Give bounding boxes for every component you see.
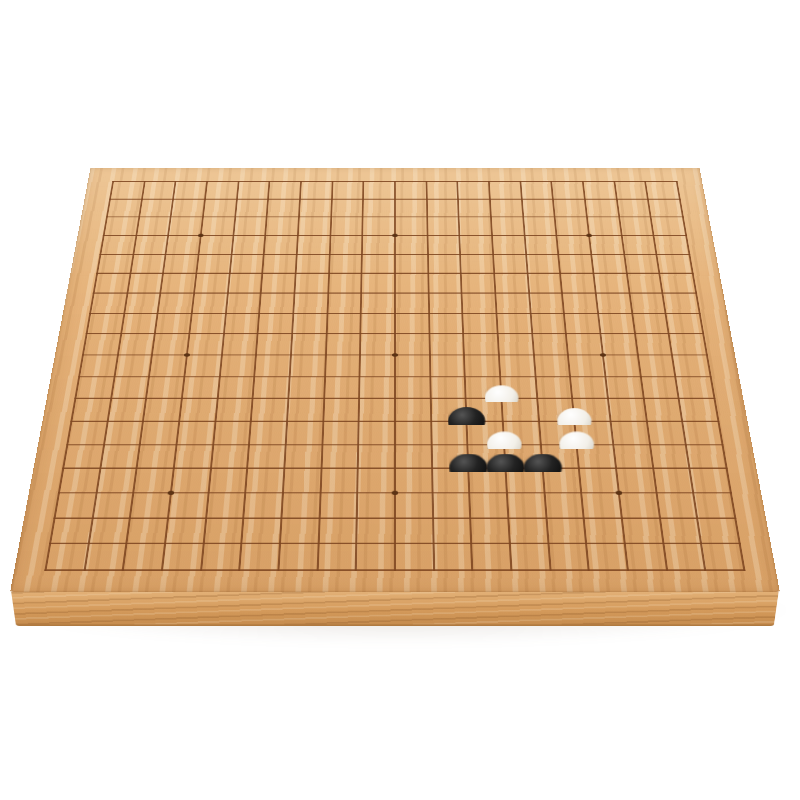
go-board-surface[interactable]	[10, 168, 780, 592]
grid-line-horizontal	[62, 468, 728, 469]
grid-line-vertical	[425, 181, 435, 571]
hoshi-point	[392, 234, 398, 237]
grid-line-vertical	[676, 181, 746, 571]
grid-line-vertical	[394, 181, 396, 571]
grid-line-vertical	[44, 181, 114, 571]
hoshi-point	[616, 491, 623, 495]
grid-line-vertical	[277, 181, 302, 571]
product-photo-background	[0, 0, 800, 800]
grid-line-vertical	[239, 181, 271, 571]
grid-line-vertical	[355, 181, 365, 571]
grid-line-vertical	[316, 181, 333, 571]
grid-line-vertical	[488, 181, 513, 571]
hoshi-point	[586, 234, 592, 237]
hoshi-point	[168, 491, 175, 495]
grid-line-vertical	[457, 181, 474, 571]
board-front-edge	[11, 592, 779, 626]
grid-line-vertical	[645, 181, 707, 571]
grid-line-vertical	[551, 181, 591, 571]
grid-line-vertical	[200, 181, 240, 571]
hoshi-point	[198, 234, 204, 237]
hoshi-point	[392, 491, 398, 495]
grid-line-vertical	[83, 181, 145, 571]
grid-line-vertical	[519, 181, 551, 571]
